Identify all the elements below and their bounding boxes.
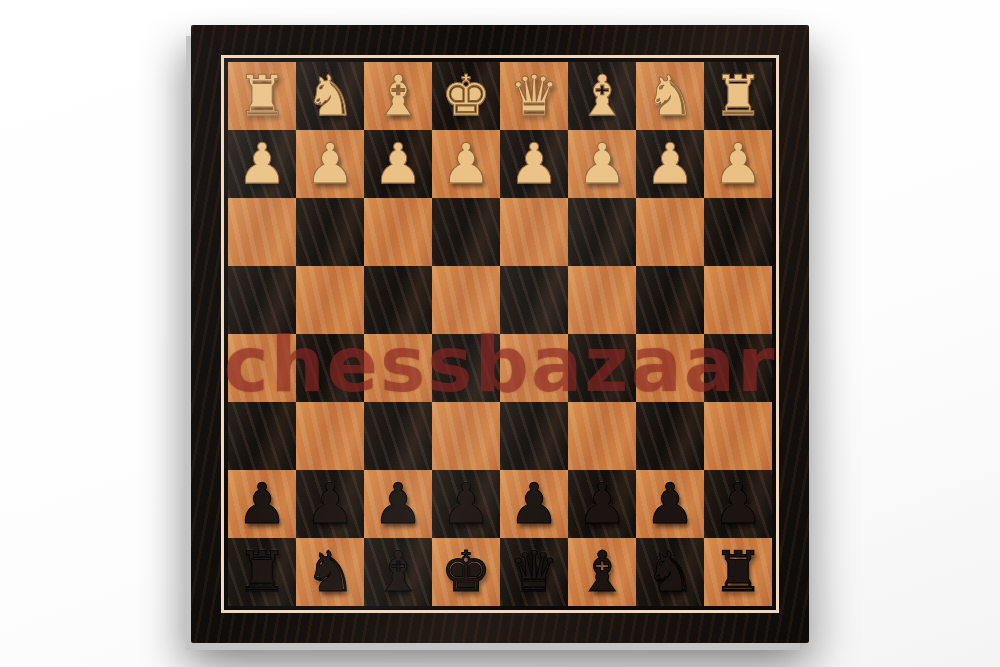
square-b8[interactable]: ♞ (636, 538, 704, 606)
square-g1[interactable]: ♞ (296, 62, 364, 130)
square-f8[interactable]: ♝ (364, 538, 432, 606)
square-g2[interactable]: ♟ (296, 130, 364, 198)
square-g6[interactable] (296, 402, 364, 470)
square-b3[interactable] (636, 198, 704, 266)
black-pawn: ♟ (509, 476, 559, 532)
black-pawn: ♟ (577, 476, 627, 532)
square-c7[interactable]: ♟ (568, 470, 636, 538)
white-knight: ♞ (645, 68, 695, 124)
square-f4[interactable] (364, 266, 432, 334)
square-b4[interactable] (636, 266, 704, 334)
board-inlay-line: ♜♞♝♚♛♝♞♜♟♟♟♟♟♟♟♟♟♟♟♟♟♟♟♟♜♞♝♚♛♝♞♜ (221, 55, 779, 613)
white-king: ♚ (441, 68, 491, 124)
square-b6[interactable] (636, 402, 704, 470)
square-c2[interactable]: ♟ (568, 130, 636, 198)
square-h2[interactable]: ♟ (228, 130, 296, 198)
square-e2[interactable]: ♟ (432, 130, 500, 198)
square-b7[interactable]: ♟ (636, 470, 704, 538)
square-e7[interactable]: ♟ (432, 470, 500, 538)
black-queen: ♛ (509, 544, 559, 600)
square-c8[interactable]: ♝ (568, 538, 636, 606)
square-h5[interactable] (228, 334, 296, 402)
square-h7[interactable]: ♟ (228, 470, 296, 538)
black-pawn: ♟ (441, 476, 491, 532)
square-b1[interactable]: ♞ (636, 62, 704, 130)
chess-board: ♜♞♝♚♛♝♞♜♟♟♟♟♟♟♟♟♟♟♟♟♟♟♟♟♜♞♝♚♛♝♞♜ chessba… (191, 25, 809, 643)
square-d3[interactable] (500, 198, 568, 266)
square-d7[interactable]: ♟ (500, 470, 568, 538)
square-h8[interactable]: ♜ (228, 538, 296, 606)
white-bishop: ♝ (577, 68, 627, 124)
white-rook: ♜ (713, 68, 763, 124)
black-knight: ♞ (645, 544, 695, 600)
square-c3[interactable] (568, 198, 636, 266)
square-c6[interactable] (568, 402, 636, 470)
square-d5[interactable] (500, 334, 568, 402)
square-a4[interactable] (704, 266, 772, 334)
black-bishop: ♝ (577, 544, 627, 600)
square-g4[interactable] (296, 266, 364, 334)
square-e1[interactable]: ♚ (432, 62, 500, 130)
square-d4[interactable] (500, 266, 568, 334)
square-f2[interactable]: ♟ (364, 130, 432, 198)
black-pawn: ♟ (237, 476, 287, 532)
white-bishop: ♝ (373, 68, 423, 124)
black-king: ♚ (441, 544, 491, 600)
square-c1[interactable]: ♝ (568, 62, 636, 130)
white-pawn: ♟ (305, 136, 355, 192)
square-e8[interactable]: ♚ (432, 538, 500, 606)
photo-background: ♜♞♝♚♛♝♞♜♟♟♟♟♟♟♟♟♟♟♟♟♟♟♟♟♜♞♝♚♛♝♞♜ chessba… (0, 0, 1000, 667)
white-rook: ♜ (237, 68, 287, 124)
square-a2[interactable]: ♟ (704, 130, 772, 198)
square-e3[interactable] (432, 198, 500, 266)
square-g3[interactable] (296, 198, 364, 266)
square-a7[interactable]: ♟ (704, 470, 772, 538)
square-a6[interactable] (704, 402, 772, 470)
square-d6[interactable] (500, 402, 568, 470)
square-a1[interactable]: ♜ (704, 62, 772, 130)
square-d2[interactable]: ♟ (500, 130, 568, 198)
white-pawn: ♟ (373, 136, 423, 192)
square-g5[interactable] (296, 334, 364, 402)
white-pawn: ♟ (645, 136, 695, 192)
square-c5[interactable] (568, 334, 636, 402)
black-pawn: ♟ (645, 476, 695, 532)
square-g8[interactable]: ♞ (296, 538, 364, 606)
white-pawn: ♟ (577, 136, 627, 192)
square-a3[interactable] (704, 198, 772, 266)
square-d1[interactable]: ♛ (500, 62, 568, 130)
square-e5[interactable] (432, 334, 500, 402)
white-pawn: ♟ (509, 136, 559, 192)
square-c4[interactable] (568, 266, 636, 334)
square-d8[interactable]: ♛ (500, 538, 568, 606)
square-g7[interactable]: ♟ (296, 470, 364, 538)
square-h4[interactable] (228, 266, 296, 334)
white-queen: ♛ (509, 68, 559, 124)
white-knight: ♞ (305, 68, 355, 124)
square-a8[interactable]: ♜ (704, 538, 772, 606)
white-pawn: ♟ (237, 136, 287, 192)
black-bishop: ♝ (373, 544, 423, 600)
black-knight: ♞ (305, 544, 355, 600)
square-f5[interactable] (364, 334, 432, 402)
white-pawn: ♟ (713, 136, 763, 192)
square-h1[interactable]: ♜ (228, 62, 296, 130)
board-grid: ♜♞♝♚♛♝♞♜♟♟♟♟♟♟♟♟♟♟♟♟♟♟♟♟♜♞♝♚♛♝♞♜ (228, 62, 772, 606)
square-h6[interactable] (228, 402, 296, 470)
square-f3[interactable] (364, 198, 432, 266)
black-rook: ♜ (713, 544, 763, 600)
square-e4[interactable] (432, 266, 500, 334)
black-pawn: ♟ (373, 476, 423, 532)
square-e6[interactable] (432, 402, 500, 470)
square-f1[interactable]: ♝ (364, 62, 432, 130)
square-b5[interactable] (636, 334, 704, 402)
black-pawn: ♟ (713, 476, 763, 532)
square-f7[interactable]: ♟ (364, 470, 432, 538)
black-rook: ♜ (237, 544, 287, 600)
square-b2[interactable]: ♟ (636, 130, 704, 198)
square-f6[interactable] (364, 402, 432, 470)
white-pawn: ♟ (441, 136, 491, 192)
square-a5[interactable] (704, 334, 772, 402)
black-pawn: ♟ (305, 476, 355, 532)
square-h3[interactable] (228, 198, 296, 266)
